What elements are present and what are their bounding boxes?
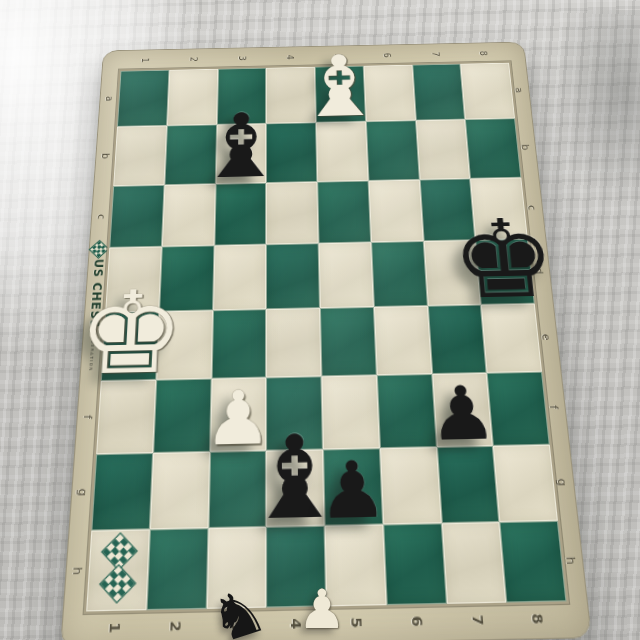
square-c5: [317, 180, 371, 243]
square-b3: [215, 124, 266, 184]
square-e6: [374, 306, 432, 376]
corner-diamond-logo: [100, 538, 136, 601]
square-f7: [432, 373, 493, 446]
photo-scene: 12345678 12345678 abcfgh abcdefgh US CHE…: [0, 0, 640, 640]
square-g2: [150, 451, 210, 529]
square-d6: [371, 241, 427, 307]
square-c2: [162, 184, 216, 247]
square-g1: [91, 452, 153, 530]
square-a3: [217, 68, 267, 125]
square-a4: [266, 67, 316, 124]
square-g4: [266, 449, 324, 527]
square-d1: [105, 246, 161, 312]
square-e5: [320, 307, 377, 377]
square-d3: [213, 244, 267, 310]
square-a5: [315, 66, 366, 123]
square-c8: [470, 177, 528, 240]
square-a6: [363, 65, 415, 122]
square-f1: [96, 380, 156, 454]
square-d5: [319, 242, 374, 308]
square-b5: [316, 122, 368, 182]
square-b7: [416, 120, 471, 180]
floor-smudge: [550, 10, 640, 210]
square-e2: [156, 310, 213, 380]
square-g8: [493, 444, 558, 522]
square-f3: [210, 378, 267, 452]
us-chess-diamond-icon: [91, 241, 109, 258]
square-c3: [214, 182, 266, 245]
square-h8: [500, 521, 567, 603]
square-a7: [412, 64, 465, 121]
square-h1: [86, 529, 149, 611]
square-c4: [266, 181, 318, 244]
chess-board: 12345678 12345678 abcfgh abcdefgh US CHE…: [60, 42, 592, 640]
square-e7: [427, 305, 487, 375]
square-f6: [377, 374, 437, 447]
square-c1: [109, 185, 164, 248]
square-e8: [481, 304, 542, 374]
square-f5: [321, 375, 379, 448]
square-a2: [167, 69, 218, 126]
square-c7: [419, 178, 475, 241]
square-c6: [368, 179, 423, 242]
square-e4: [266, 308, 321, 378]
square-g6: [380, 447, 442, 525]
square-g7: [436, 445, 499, 523]
us-chess-logo-subtext: FEDERATION: [89, 332, 97, 372]
us-chess-logo-text: US CHESS: [87, 259, 106, 329]
square-b4: [266, 123, 317, 183]
square-d4: [266, 243, 320, 309]
square-b2: [164, 125, 216, 185]
play-area: ♝♝♚♚♟♟♝♟: [86, 63, 566, 612]
square-f2: [153, 379, 211, 453]
square-d2: [159, 245, 214, 311]
square-a8: [460, 63, 515, 120]
square-g3: [208, 450, 266, 528]
square-e1: [101, 311, 159, 381]
square-g5: [323, 448, 383, 526]
square-b1: [113, 126, 166, 186]
square-b8: [465, 119, 521, 179]
square-f4: [266, 377, 323, 451]
square-d8: [476, 239, 535, 305]
square-b6: [366, 121, 420, 181]
board-wrapper: 12345678 12345678 abcfgh abcdefgh US CHE…: [60, 42, 592, 640]
square-h6: [383, 523, 447, 605]
square-a1: [117, 70, 169, 127]
square-f8: [487, 372, 550, 445]
offboard-white-pawn: ♟: [298, 590, 346, 631]
square-e3: [211, 309, 266, 379]
square-d7: [423, 240, 481, 306]
square-h2: [146, 528, 208, 610]
square-h7: [441, 522, 506, 604]
